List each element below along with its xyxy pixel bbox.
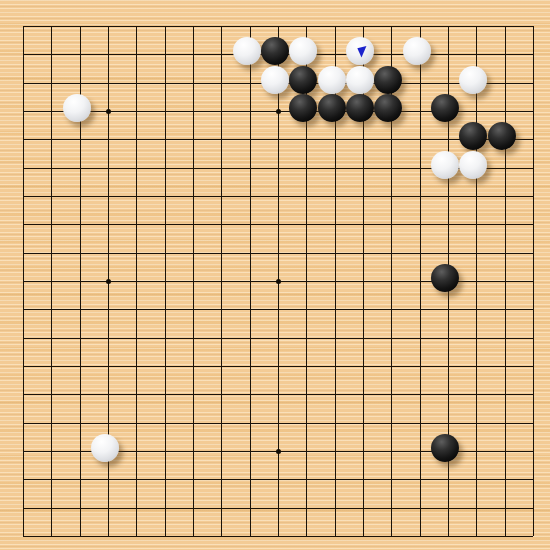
- black-stone[interactable]: [488, 122, 516, 150]
- grid-vline: [476, 26, 477, 536]
- black-stone[interactable]: [374, 66, 402, 94]
- grid-hline: [23, 338, 533, 339]
- star-point: [276, 449, 281, 454]
- grid-hline: [23, 394, 533, 395]
- black-stone[interactable]: [374, 94, 402, 122]
- star-point: [106, 109, 111, 114]
- grid-vline: [533, 26, 534, 536]
- black-stone[interactable]: [431, 264, 459, 292]
- white-stone[interactable]: [431, 151, 459, 179]
- star-point: [276, 109, 281, 114]
- last-move-triangle-icon: [355, 45, 368, 58]
- white-stone[interactable]: [403, 37, 431, 65]
- black-stone[interactable]: [346, 94, 374, 122]
- black-stone[interactable]: [261, 37, 289, 65]
- black-stone[interactable]: [289, 94, 317, 122]
- white-stone[interactable]: [346, 37, 374, 65]
- white-stone[interactable]: [63, 94, 91, 122]
- star-point: [276, 279, 281, 284]
- go-board[interactable]: [0, 0, 550, 550]
- grid-hline: [23, 536, 533, 537]
- white-stone[interactable]: [459, 66, 487, 94]
- black-stone[interactable]: [431, 94, 459, 122]
- white-stone[interactable]: [91, 434, 119, 462]
- white-stone[interactable]: [346, 66, 374, 94]
- grid-hline: [23, 479, 533, 480]
- grid-hline: [23, 366, 533, 367]
- white-stone[interactable]: [459, 151, 487, 179]
- grid-vline: [505, 26, 506, 536]
- black-stone[interactable]: [459, 122, 487, 150]
- star-point: [106, 279, 111, 284]
- board-grid: [23, 26, 533, 536]
- white-stone[interactable]: [233, 37, 261, 65]
- black-stone[interactable]: [431, 434, 459, 462]
- grid-vline: [420, 26, 421, 536]
- grid-hline: [23, 309, 533, 310]
- white-stone[interactable]: [289, 37, 317, 65]
- black-stone[interactable]: [289, 66, 317, 94]
- grid-hline: [23, 423, 533, 424]
- grid-hline: [23, 508, 533, 509]
- white-stone[interactable]: [261, 66, 289, 94]
- white-stone[interactable]: [318, 66, 346, 94]
- black-stone[interactable]: [318, 94, 346, 122]
